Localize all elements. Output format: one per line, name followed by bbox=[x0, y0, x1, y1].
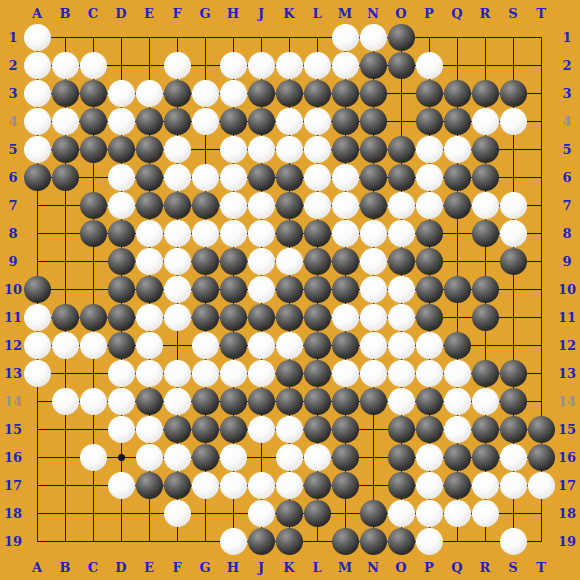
point-L17[interactable] bbox=[303, 471, 331, 499]
point-S16[interactable] bbox=[499, 443, 527, 471]
stone-white[interactable] bbox=[164, 304, 191, 331]
stone-black[interactable] bbox=[444, 444, 471, 471]
stone-white[interactable] bbox=[332, 164, 359, 191]
stone-black[interactable] bbox=[416, 416, 443, 443]
point-B3[interactable] bbox=[51, 79, 79, 107]
point-T13[interactable] bbox=[527, 359, 555, 387]
point-H19[interactable] bbox=[219, 527, 247, 555]
point-L9[interactable] bbox=[303, 247, 331, 275]
point-K5[interactable] bbox=[275, 135, 303, 163]
stone-black[interactable] bbox=[276, 80, 303, 107]
stone-white[interactable] bbox=[276, 52, 303, 79]
point-S14[interactable] bbox=[499, 387, 527, 415]
stone-white[interactable] bbox=[304, 52, 331, 79]
stone-black[interactable] bbox=[444, 108, 471, 135]
point-B13[interactable] bbox=[51, 359, 79, 387]
point-F7[interactable] bbox=[163, 191, 191, 219]
point-M19[interactable] bbox=[331, 527, 359, 555]
stone-black[interactable] bbox=[304, 276, 331, 303]
stone-white[interactable] bbox=[360, 24, 387, 51]
stone-black[interactable] bbox=[220, 276, 247, 303]
stone-black[interactable] bbox=[500, 388, 527, 415]
point-K15[interactable] bbox=[275, 415, 303, 443]
stone-black[interactable] bbox=[108, 276, 135, 303]
stone-white[interactable] bbox=[276, 444, 303, 471]
point-Q19[interactable] bbox=[443, 527, 471, 555]
point-N17[interactable] bbox=[359, 471, 387, 499]
stone-white[interactable] bbox=[304, 192, 331, 219]
stone-black[interactable] bbox=[304, 220, 331, 247]
stone-white[interactable] bbox=[24, 136, 51, 163]
stone-black[interactable] bbox=[52, 80, 79, 107]
stone-black[interactable] bbox=[304, 360, 331, 387]
point-H4[interactable] bbox=[219, 107, 247, 135]
point-S12[interactable] bbox=[499, 331, 527, 359]
stone-white[interactable] bbox=[472, 500, 499, 527]
stone-black[interactable] bbox=[304, 248, 331, 275]
point-F18[interactable] bbox=[163, 499, 191, 527]
point-C6[interactable] bbox=[79, 163, 107, 191]
point-E6[interactable] bbox=[135, 163, 163, 191]
point-K4[interactable] bbox=[275, 107, 303, 135]
point-O9[interactable] bbox=[387, 247, 415, 275]
point-B11[interactable] bbox=[51, 303, 79, 331]
point-J19[interactable] bbox=[247, 527, 275, 555]
point-D9[interactable] bbox=[107, 247, 135, 275]
stone-white[interactable] bbox=[192, 472, 219, 499]
stone-black[interactable] bbox=[276, 192, 303, 219]
point-K6[interactable] bbox=[275, 163, 303, 191]
stone-white[interactable] bbox=[220, 164, 247, 191]
point-F1[interactable] bbox=[163, 23, 191, 51]
point-J1[interactable] bbox=[247, 23, 275, 51]
stone-black[interactable] bbox=[192, 304, 219, 331]
stone-white[interactable] bbox=[388, 388, 415, 415]
stone-white[interactable] bbox=[24, 108, 51, 135]
stone-white[interactable] bbox=[136, 416, 163, 443]
stone-white[interactable] bbox=[500, 192, 527, 219]
point-G12[interactable] bbox=[191, 331, 219, 359]
stone-white[interactable] bbox=[388, 360, 415, 387]
point-A12[interactable] bbox=[23, 331, 51, 359]
point-L13[interactable] bbox=[303, 359, 331, 387]
stone-white[interactable] bbox=[164, 164, 191, 191]
point-C5[interactable] bbox=[79, 135, 107, 163]
point-H10[interactable] bbox=[219, 275, 247, 303]
point-J5[interactable] bbox=[247, 135, 275, 163]
point-C19[interactable] bbox=[79, 527, 107, 555]
point-L15[interactable] bbox=[303, 415, 331, 443]
stone-black[interactable] bbox=[164, 472, 191, 499]
point-N16[interactable] bbox=[359, 443, 387, 471]
point-S15[interactable] bbox=[499, 415, 527, 443]
point-B10[interactable] bbox=[51, 275, 79, 303]
stone-white[interactable] bbox=[416, 472, 443, 499]
point-N13[interactable] bbox=[359, 359, 387, 387]
stone-black[interactable] bbox=[248, 528, 275, 555]
point-G6[interactable] bbox=[191, 163, 219, 191]
stone-black[interactable] bbox=[472, 416, 499, 443]
point-Q3[interactable] bbox=[443, 79, 471, 107]
point-D17[interactable] bbox=[107, 471, 135, 499]
stone-black[interactable] bbox=[164, 192, 191, 219]
point-B14[interactable] bbox=[51, 387, 79, 415]
stone-white[interactable] bbox=[248, 136, 275, 163]
stone-white[interactable] bbox=[248, 276, 275, 303]
stone-black[interactable] bbox=[332, 276, 359, 303]
stone-black[interactable] bbox=[136, 164, 163, 191]
point-T10[interactable] bbox=[527, 275, 555, 303]
stone-white[interactable] bbox=[24, 360, 51, 387]
stone-white[interactable] bbox=[416, 360, 443, 387]
point-P10[interactable] bbox=[415, 275, 443, 303]
point-T5[interactable] bbox=[527, 135, 555, 163]
point-O5[interactable] bbox=[387, 135, 415, 163]
point-D19[interactable] bbox=[107, 527, 135, 555]
point-F3[interactable] bbox=[163, 79, 191, 107]
point-K10[interactable] bbox=[275, 275, 303, 303]
stone-black[interactable] bbox=[276, 388, 303, 415]
point-M8[interactable] bbox=[331, 219, 359, 247]
stone-black[interactable] bbox=[444, 192, 471, 219]
point-Q10[interactable] bbox=[443, 275, 471, 303]
stone-white[interactable] bbox=[24, 24, 51, 51]
stone-black[interactable] bbox=[416, 108, 443, 135]
point-Q6[interactable] bbox=[443, 163, 471, 191]
stone-white[interactable] bbox=[332, 24, 359, 51]
stone-white[interactable] bbox=[500, 108, 527, 135]
point-D15[interactable] bbox=[107, 415, 135, 443]
point-E17[interactable] bbox=[135, 471, 163, 499]
point-E19[interactable] bbox=[135, 527, 163, 555]
point-H6[interactable] bbox=[219, 163, 247, 191]
point-D11[interactable] bbox=[107, 303, 135, 331]
stone-white[interactable] bbox=[248, 220, 275, 247]
point-K13[interactable] bbox=[275, 359, 303, 387]
point-N11[interactable] bbox=[359, 303, 387, 331]
stone-white[interactable] bbox=[248, 52, 275, 79]
point-F8[interactable] bbox=[163, 219, 191, 247]
point-G5[interactable] bbox=[191, 135, 219, 163]
point-G15[interactable] bbox=[191, 415, 219, 443]
point-S9[interactable] bbox=[499, 247, 527, 275]
point-E13[interactable] bbox=[135, 359, 163, 387]
point-E4[interactable] bbox=[135, 107, 163, 135]
point-M11[interactable] bbox=[331, 303, 359, 331]
stone-white[interactable] bbox=[220, 528, 247, 555]
point-Q5[interactable] bbox=[443, 135, 471, 163]
stone-black[interactable] bbox=[444, 164, 471, 191]
point-G17[interactable] bbox=[191, 471, 219, 499]
stone-black[interactable] bbox=[472, 164, 499, 191]
point-C11[interactable] bbox=[79, 303, 107, 331]
stone-black[interactable] bbox=[80, 136, 107, 163]
stone-black[interactable] bbox=[388, 416, 415, 443]
point-D7[interactable] bbox=[107, 191, 135, 219]
stone-white[interactable] bbox=[332, 52, 359, 79]
point-G14[interactable] bbox=[191, 387, 219, 415]
stone-white[interactable] bbox=[80, 444, 107, 471]
stone-white[interactable] bbox=[52, 388, 79, 415]
point-T16[interactable] bbox=[527, 443, 555, 471]
point-A11[interactable] bbox=[23, 303, 51, 331]
stone-white[interactable] bbox=[52, 52, 79, 79]
point-F14[interactable] bbox=[163, 387, 191, 415]
point-P13[interactable] bbox=[415, 359, 443, 387]
stone-black[interactable] bbox=[248, 80, 275, 107]
point-H8[interactable] bbox=[219, 219, 247, 247]
stone-white[interactable] bbox=[164, 136, 191, 163]
point-P15[interactable] bbox=[415, 415, 443, 443]
point-A10[interactable] bbox=[23, 275, 51, 303]
stone-white[interactable] bbox=[416, 136, 443, 163]
point-A1[interactable] bbox=[23, 23, 51, 51]
point-N9[interactable] bbox=[359, 247, 387, 275]
point-C17[interactable] bbox=[79, 471, 107, 499]
point-F12[interactable] bbox=[163, 331, 191, 359]
point-C9[interactable] bbox=[79, 247, 107, 275]
point-P8[interactable] bbox=[415, 219, 443, 247]
stone-black[interactable] bbox=[332, 136, 359, 163]
point-O3[interactable] bbox=[387, 79, 415, 107]
point-Q7[interactable] bbox=[443, 191, 471, 219]
point-F16[interactable] bbox=[163, 443, 191, 471]
point-G19[interactable] bbox=[191, 527, 219, 555]
point-R9[interactable] bbox=[471, 247, 499, 275]
stone-black[interactable] bbox=[388, 444, 415, 471]
point-S2[interactable] bbox=[499, 51, 527, 79]
stone-white[interactable] bbox=[52, 332, 79, 359]
stone-black[interactable] bbox=[248, 388, 275, 415]
point-H12[interactable] bbox=[219, 331, 247, 359]
point-S19[interactable] bbox=[499, 527, 527, 555]
point-T17[interactable] bbox=[527, 471, 555, 499]
stone-white[interactable] bbox=[136, 444, 163, 471]
stone-black[interactable] bbox=[388, 528, 415, 555]
point-D2[interactable] bbox=[107, 51, 135, 79]
stone-white[interactable] bbox=[24, 52, 51, 79]
stone-black[interactable] bbox=[108, 220, 135, 247]
point-A8[interactable] bbox=[23, 219, 51, 247]
stone-white[interactable] bbox=[304, 444, 331, 471]
point-G11[interactable] bbox=[191, 303, 219, 331]
stone-black[interactable] bbox=[332, 332, 359, 359]
stone-black[interactable] bbox=[388, 248, 415, 275]
stone-white[interactable] bbox=[444, 136, 471, 163]
point-E10[interactable] bbox=[135, 275, 163, 303]
point-A15[interactable] bbox=[23, 415, 51, 443]
point-D12[interactable] bbox=[107, 331, 135, 359]
stone-white[interactable] bbox=[276, 248, 303, 275]
point-H7[interactable] bbox=[219, 191, 247, 219]
stone-black[interactable] bbox=[80, 304, 107, 331]
point-O12[interactable] bbox=[387, 331, 415, 359]
stone-black[interactable] bbox=[500, 248, 527, 275]
stone-white[interactable] bbox=[444, 416, 471, 443]
point-H2[interactable] bbox=[219, 51, 247, 79]
point-M18[interactable] bbox=[331, 499, 359, 527]
point-M16[interactable] bbox=[331, 443, 359, 471]
point-T19[interactable] bbox=[527, 527, 555, 555]
stone-black[interactable] bbox=[332, 472, 359, 499]
point-D14[interactable] bbox=[107, 387, 135, 415]
stone-white[interactable] bbox=[332, 192, 359, 219]
stone-black[interactable] bbox=[136, 388, 163, 415]
stone-white[interactable] bbox=[164, 388, 191, 415]
point-G16[interactable] bbox=[191, 443, 219, 471]
point-N19[interactable] bbox=[359, 527, 387, 555]
point-O4[interactable] bbox=[387, 107, 415, 135]
point-K14[interactable] bbox=[275, 387, 303, 415]
stone-white[interactable] bbox=[108, 416, 135, 443]
stone-black[interactable] bbox=[360, 528, 387, 555]
stone-black[interactable] bbox=[444, 332, 471, 359]
stone-white[interactable] bbox=[248, 360, 275, 387]
point-N4[interactable] bbox=[359, 107, 387, 135]
point-C18[interactable] bbox=[79, 499, 107, 527]
point-K1[interactable] bbox=[275, 23, 303, 51]
stone-white[interactable] bbox=[528, 472, 555, 499]
stone-black[interactable] bbox=[136, 108, 163, 135]
stone-black[interactable] bbox=[388, 24, 415, 51]
stone-white[interactable] bbox=[136, 80, 163, 107]
stone-black[interactable] bbox=[80, 192, 107, 219]
stone-white[interactable] bbox=[192, 164, 219, 191]
point-H16[interactable] bbox=[219, 443, 247, 471]
stone-black[interactable] bbox=[388, 472, 415, 499]
point-J17[interactable] bbox=[247, 471, 275, 499]
point-E8[interactable] bbox=[135, 219, 163, 247]
point-B16[interactable] bbox=[51, 443, 79, 471]
stone-black[interactable] bbox=[416, 388, 443, 415]
point-O11[interactable] bbox=[387, 303, 415, 331]
point-D10[interactable] bbox=[107, 275, 135, 303]
stone-black[interactable] bbox=[472, 304, 499, 331]
point-S7[interactable] bbox=[499, 191, 527, 219]
point-B8[interactable] bbox=[51, 219, 79, 247]
point-K18[interactable] bbox=[275, 499, 303, 527]
stone-black[interactable] bbox=[416, 248, 443, 275]
point-Q4[interactable] bbox=[443, 107, 471, 135]
point-P4[interactable] bbox=[415, 107, 443, 135]
point-A5[interactable] bbox=[23, 135, 51, 163]
point-M7[interactable] bbox=[331, 191, 359, 219]
stone-black[interactable] bbox=[388, 52, 415, 79]
point-D18[interactable] bbox=[107, 499, 135, 527]
point-F5[interactable] bbox=[163, 135, 191, 163]
stone-black[interactable] bbox=[108, 332, 135, 359]
stone-white[interactable] bbox=[248, 500, 275, 527]
point-N10[interactable] bbox=[359, 275, 387, 303]
stone-white[interactable] bbox=[472, 388, 499, 415]
point-S5[interactable] bbox=[499, 135, 527, 163]
point-N7[interactable] bbox=[359, 191, 387, 219]
point-Q11[interactable] bbox=[443, 303, 471, 331]
point-G18[interactable] bbox=[191, 499, 219, 527]
point-S1[interactable] bbox=[499, 23, 527, 51]
point-O6[interactable] bbox=[387, 163, 415, 191]
point-T15[interactable] bbox=[527, 415, 555, 443]
point-J18[interactable] bbox=[247, 499, 275, 527]
point-O14[interactable] bbox=[387, 387, 415, 415]
stone-black[interactable] bbox=[192, 416, 219, 443]
stone-black[interactable] bbox=[248, 304, 275, 331]
point-C8[interactable] bbox=[79, 219, 107, 247]
stone-black[interactable] bbox=[24, 276, 51, 303]
point-R2[interactable] bbox=[471, 51, 499, 79]
point-J13[interactable] bbox=[247, 359, 275, 387]
point-O17[interactable] bbox=[387, 471, 415, 499]
stone-black[interactable] bbox=[360, 500, 387, 527]
point-N5[interactable] bbox=[359, 135, 387, 163]
point-O15[interactable] bbox=[387, 415, 415, 443]
point-J4[interactable] bbox=[247, 107, 275, 135]
point-J8[interactable] bbox=[247, 219, 275, 247]
stone-white[interactable] bbox=[192, 220, 219, 247]
stone-black[interactable] bbox=[304, 332, 331, 359]
point-L6[interactable] bbox=[303, 163, 331, 191]
point-D5[interactable] bbox=[107, 135, 135, 163]
stone-black[interactable] bbox=[108, 304, 135, 331]
point-B5[interactable] bbox=[51, 135, 79, 163]
point-M14[interactable] bbox=[331, 387, 359, 415]
point-M2[interactable] bbox=[331, 51, 359, 79]
stone-white[interactable] bbox=[136, 332, 163, 359]
stone-black[interactable] bbox=[360, 52, 387, 79]
stone-white[interactable] bbox=[136, 248, 163, 275]
stone-white[interactable] bbox=[136, 360, 163, 387]
stone-black[interactable] bbox=[108, 136, 135, 163]
stone-black[interactable] bbox=[528, 444, 555, 471]
stone-white[interactable] bbox=[108, 108, 135, 135]
point-O18[interactable] bbox=[387, 499, 415, 527]
stone-white[interactable] bbox=[220, 80, 247, 107]
stone-white[interactable] bbox=[276, 472, 303, 499]
stone-black[interactable] bbox=[220, 108, 247, 135]
stone-white[interactable] bbox=[164, 500, 191, 527]
point-B1[interactable] bbox=[51, 23, 79, 51]
stone-white[interactable] bbox=[136, 220, 163, 247]
stone-white[interactable] bbox=[360, 360, 387, 387]
point-L19[interactable] bbox=[303, 527, 331, 555]
stone-white[interactable] bbox=[108, 360, 135, 387]
point-P19[interactable] bbox=[415, 527, 443, 555]
stone-white[interactable] bbox=[248, 472, 275, 499]
stone-white[interactable] bbox=[108, 80, 135, 107]
stone-white[interactable] bbox=[248, 332, 275, 359]
point-R11[interactable] bbox=[471, 303, 499, 331]
point-L2[interactable] bbox=[303, 51, 331, 79]
stone-black[interactable] bbox=[500, 360, 527, 387]
stone-black[interactable] bbox=[52, 136, 79, 163]
stone-black[interactable] bbox=[360, 192, 387, 219]
point-B4[interactable] bbox=[51, 107, 79, 135]
stone-black[interactable] bbox=[136, 192, 163, 219]
point-E5[interactable] bbox=[135, 135, 163, 163]
point-C4[interactable] bbox=[79, 107, 107, 135]
point-D6[interactable] bbox=[107, 163, 135, 191]
stone-black[interactable] bbox=[220, 304, 247, 331]
point-R19[interactable] bbox=[471, 527, 499, 555]
point-B9[interactable] bbox=[51, 247, 79, 275]
point-E7[interactable] bbox=[135, 191, 163, 219]
stone-black[interactable] bbox=[220, 248, 247, 275]
point-P16[interactable] bbox=[415, 443, 443, 471]
point-T4[interactable] bbox=[527, 107, 555, 135]
point-R12[interactable] bbox=[471, 331, 499, 359]
stone-white[interactable] bbox=[136, 304, 163, 331]
point-R17[interactable] bbox=[471, 471, 499, 499]
